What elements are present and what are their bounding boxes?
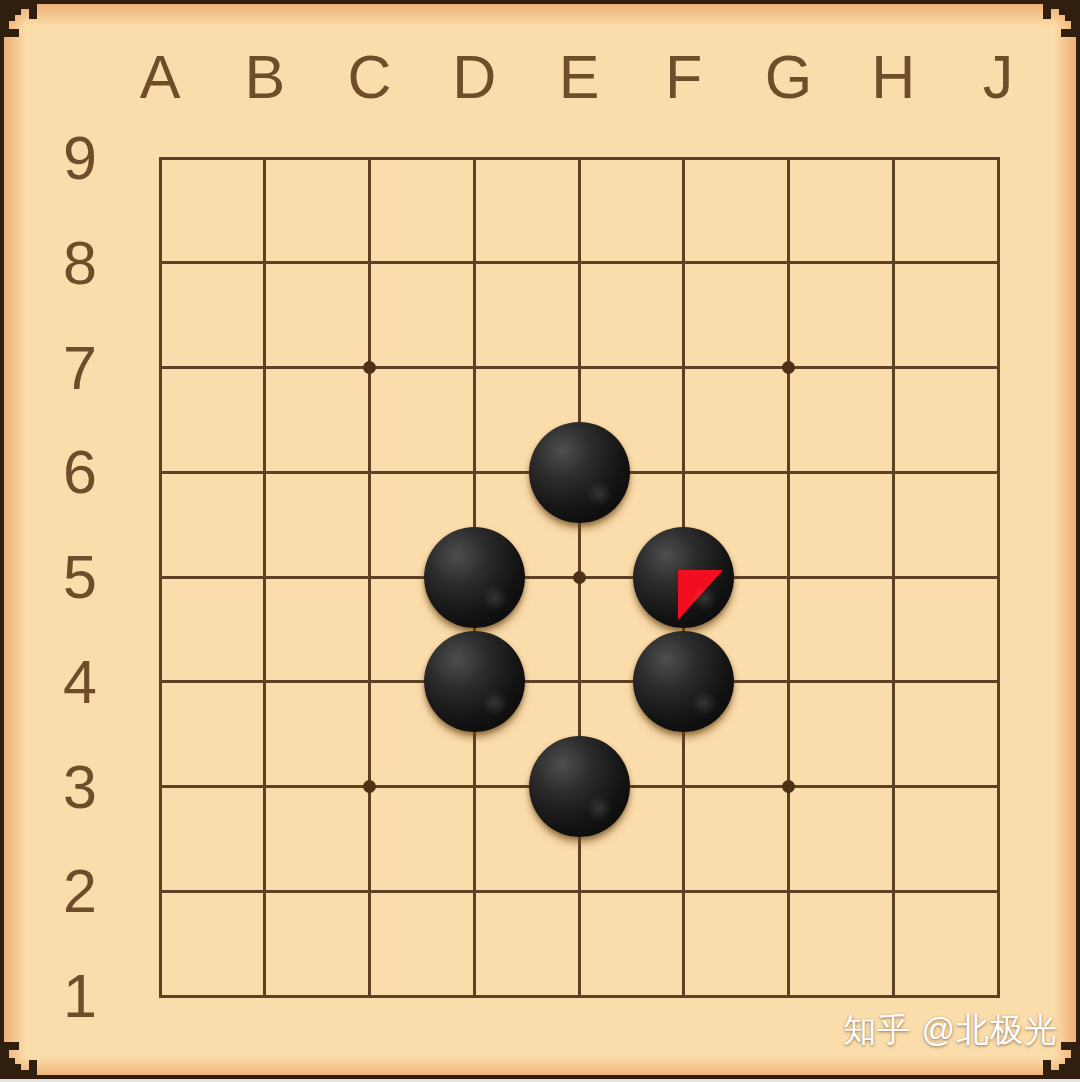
grid-line-h-9 [159,157,1000,160]
row-label-8: 8 [28,225,132,301]
col-label-D: D [422,39,526,115]
row-label-7: 7 [28,330,132,406]
grid-line-h-2 [159,890,1000,893]
red-triangle-marker [678,570,723,620]
row-label-4: 4 [28,644,132,720]
grid-line-h-1 [159,995,1000,998]
row-label-6: 6 [28,434,132,510]
row-label-2: 2 [28,853,132,929]
star-point-C3 [363,780,376,793]
star-point-C7 [363,361,376,374]
row-label-3: 3 [28,749,132,825]
col-label-F: F [632,39,736,115]
stone-black-E3 [529,736,630,837]
corner-ornament-top-right-icon [1033,1,1079,47]
stone-black-D4 [424,631,525,732]
frame-band-bottom [0,1057,1080,1079]
row-label-9: 9 [28,120,132,196]
frame-band-left [0,0,26,1079]
grid-line-h-4 [159,680,1000,683]
col-label-H: H [841,39,945,115]
row-label-1: 1 [28,958,132,1034]
col-label-A: A [108,39,212,115]
star-point-E5 [573,571,586,584]
frame-band-top [0,0,1080,26]
col-label-C: C [318,39,422,115]
board-frame-edge [0,0,1080,1079]
stone-black-F5 [633,527,734,628]
watermark: 知乎 @北极光 [843,1010,1058,1050]
col-label-G: G [737,39,841,115]
col-label-E: E [527,39,631,115]
frame-band-right [1054,0,1080,1079]
col-label-B: B [213,39,317,115]
grid-line-h-7 [159,366,1000,369]
grid-line-h-8 [159,261,1000,264]
row-label-5: 5 [28,539,132,615]
star-point-G7 [782,361,795,374]
stone-black-E6 [529,422,630,523]
col-label-J: J [946,39,1050,115]
stone-black-F4 [633,631,734,732]
go-board: ABCDEFGHJ 987654321 知乎 @北极光 [0,0,1080,1079]
stone-black-D5 [424,527,525,628]
corner-ornament-top-left-icon [1,1,47,47]
corner-ornament-bottom-left-icon [1,1032,47,1078]
go-diagram-screenshot: ABCDEFGHJ 987654321 知乎 @北极光 [0,0,1080,1082]
star-point-G3 [782,780,795,793]
